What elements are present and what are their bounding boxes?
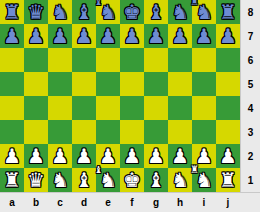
- square-c5[interactable]: [48, 72, 72, 96]
- piece-white-pawn[interactable]: ♟: [3, 144, 21, 168]
- square-a4[interactable]: [0, 96, 24, 120]
- square-d4[interactable]: [72, 96, 96, 120]
- square-a6[interactable]: [0, 48, 24, 72]
- square-c8[interactable]: ♞: [48, 0, 72, 24]
- rank-label-4: 4: [241, 96, 260, 120]
- piece-black-knight[interactable]: ♞: [51, 0, 69, 24]
- piece-white-bishop[interactable]: ♝: [75, 168, 93, 192]
- square-h7[interactable]: ♟: [168, 24, 192, 48]
- piece-black-pawn[interactable]: ♟: [3, 24, 21, 48]
- square-h5[interactable]: [168, 72, 192, 96]
- square-i7[interactable]: ♟: [192, 24, 216, 48]
- rank-label-2: 2: [241, 144, 260, 168]
- archbishop-mitre-mark-icon: ♝: [94, 0, 103, 8]
- piece-white-rook[interactable]: ♜: [3, 168, 21, 192]
- square-a2[interactable]: ♟: [0, 144, 24, 168]
- square-g1[interactable]: ♝: [144, 168, 168, 192]
- square-d5[interactable]: [72, 72, 96, 96]
- piece-white-pawn[interactable]: ♟: [123, 144, 141, 168]
- square-f7[interactable]: ♟: [120, 24, 144, 48]
- piece-black-king[interactable]: ♚: [123, 0, 141, 24]
- square-h4[interactable]: [168, 96, 192, 120]
- square-f6[interactable]: [120, 48, 144, 72]
- square-g3[interactable]: [144, 120, 168, 144]
- square-j7[interactable]: ♟: [216, 24, 240, 48]
- rank-label-3: 3: [241, 120, 260, 144]
- piece-black-archbishop[interactable]: ♞♝: [99, 0, 117, 24]
- square-g5[interactable]: [144, 72, 168, 96]
- piece-white-pawn[interactable]: ♟: [27, 144, 45, 168]
- square-d7[interactable]: ♟: [72, 24, 96, 48]
- piece-black-rook[interactable]: ♜: [3, 0, 21, 24]
- piece-black-pawn[interactable]: ♟: [147, 24, 165, 48]
- square-i3[interactable]: [192, 120, 216, 144]
- piece-black-bishop[interactable]: ♝: [147, 0, 165, 24]
- file-label-d: d: [72, 193, 96, 212]
- piece-black-pawn[interactable]: ♟: [51, 24, 69, 48]
- file-label-b: b: [24, 193, 48, 212]
- square-b5[interactable]: [24, 72, 48, 96]
- square-e4[interactable]: [96, 96, 120, 120]
- square-h3[interactable]: [168, 120, 192, 144]
- square-c2[interactable]: ♟: [48, 144, 72, 168]
- file-label-c: c: [48, 193, 72, 212]
- file-label-a: a: [0, 193, 24, 212]
- square-h2[interactable]: ♟: [168, 144, 192, 168]
- square-f3[interactable]: [120, 120, 144, 144]
- piece-black-chancellor[interactable]: ♞♜: [195, 0, 213, 24]
- square-i4[interactable]: [192, 96, 216, 120]
- square-f8[interactable]: ♚: [120, 0, 144, 24]
- square-f4[interactable]: [120, 96, 144, 120]
- square-f2[interactable]: ♟: [120, 144, 144, 168]
- chancellor-turret-mark-icon: ♜: [190, 0, 199, 8]
- square-i8[interactable]: ♞♜: [192, 0, 216, 24]
- piece-white-bishop[interactable]: ♝: [147, 168, 165, 192]
- chancellor-turret-mark-icon: ♜: [190, 164, 199, 176]
- piece-white-knight[interactable]: ♞: [171, 168, 189, 192]
- square-j2[interactable]: ♟: [216, 144, 240, 168]
- square-g4[interactable]: [144, 96, 168, 120]
- rank-coordinate-strip: 87654321: [240, 0, 260, 192]
- piece-white-pawn[interactable]: ♟: [75, 144, 93, 168]
- chess-board: ♜♛♞♝♞♝♚♝♞♞♜♜♟♟♟♟♟♟♟♟♟♟♟♟♟♟♟♟♟♟♟♟♜♛♞♝♞♝♚♝…: [0, 0, 240, 192]
- piece-white-pawn[interactable]: ♟: [51, 144, 69, 168]
- square-c3[interactable]: [48, 120, 72, 144]
- piece-black-knight[interactable]: ♞: [171, 0, 189, 24]
- square-h1[interactable]: ♞: [168, 168, 192, 192]
- square-c7[interactable]: ♟: [48, 24, 72, 48]
- square-g8[interactable]: ♝: [144, 0, 168, 24]
- square-g2[interactable]: ♟: [144, 144, 168, 168]
- square-i6[interactable]: [192, 48, 216, 72]
- square-j8[interactable]: ♜: [216, 0, 240, 24]
- piece-black-pawn[interactable]: ♟: [219, 24, 237, 48]
- square-b3[interactable]: [24, 120, 48, 144]
- square-a3[interactable]: [0, 120, 24, 144]
- rank-label-5: 5: [241, 72, 260, 96]
- square-h6[interactable]: [168, 48, 192, 72]
- piece-black-pawn[interactable]: ♟: [99, 24, 117, 48]
- square-a7[interactable]: ♟: [0, 24, 24, 48]
- corner-spacer: [240, 193, 260, 212]
- piece-black-pawn[interactable]: ♟: [123, 24, 141, 48]
- square-a8[interactable]: ♜: [0, 0, 24, 24]
- rank-label-7: 7: [241, 24, 260, 48]
- square-b2[interactable]: ♟: [24, 144, 48, 168]
- piece-white-pawn[interactable]: ♟: [147, 144, 165, 168]
- file-label-j: j: [216, 193, 240, 212]
- square-e8[interactable]: ♞♝: [96, 0, 120, 24]
- square-i1[interactable]: ♞♜: [192, 168, 216, 192]
- square-b1[interactable]: ♛: [24, 168, 48, 192]
- piece-white-king[interactable]: ♚: [123, 168, 141, 192]
- piece-black-pawn[interactable]: ♟: [171, 24, 189, 48]
- square-h8[interactable]: ♞: [168, 0, 192, 24]
- square-d2[interactable]: ♟: [72, 144, 96, 168]
- square-e6[interactable]: [96, 48, 120, 72]
- piece-white-pawn[interactable]: ♟: [171, 144, 189, 168]
- square-i5[interactable]: [192, 72, 216, 96]
- file-label-e: e: [96, 193, 120, 212]
- square-b4[interactable]: [24, 96, 48, 120]
- piece-white-chancellor[interactable]: ♞♜: [195, 168, 213, 192]
- piece-black-rook[interactable]: ♜: [219, 0, 237, 24]
- square-c1[interactable]: ♞: [48, 168, 72, 192]
- piece-black-pawn[interactable]: ♟: [27, 24, 45, 48]
- piece-white-knight[interactable]: ♞: [51, 168, 69, 192]
- file-label-f: f: [120, 193, 144, 212]
- square-j1[interactable]: ♜: [216, 168, 240, 192]
- square-c6[interactable]: [48, 48, 72, 72]
- file-label-i: i: [192, 193, 216, 212]
- square-c4[interactable]: [48, 96, 72, 120]
- rank-label-6: 6: [241, 48, 260, 72]
- square-g6[interactable]: [144, 48, 168, 72]
- square-j4[interactable]: [216, 96, 240, 120]
- square-g7[interactable]: ♟: [144, 24, 168, 48]
- rank-label-8: 8: [241, 0, 260, 24]
- piece-black-pawn[interactable]: ♟: [195, 24, 213, 48]
- file-label-g: g: [144, 193, 168, 212]
- square-j6[interactable]: [216, 48, 240, 72]
- square-b7[interactable]: ♟: [24, 24, 48, 48]
- piece-white-rook[interactable]: ♜: [219, 168, 237, 192]
- archbishop-mitre-mark-icon: ♝: [94, 164, 103, 176]
- piece-black-bishop[interactable]: ♝: [75, 0, 93, 24]
- piece-black-queen[interactable]: ♛: [27, 0, 45, 24]
- square-d8[interactable]: ♝: [72, 0, 96, 24]
- square-d6[interactable]: [72, 48, 96, 72]
- square-d3[interactable]: [72, 120, 96, 144]
- square-a5[interactable]: [0, 72, 24, 96]
- piece-white-archbishop[interactable]: ♞♝: [99, 168, 117, 192]
- file-coordinate-strip: abcdefghij: [0, 192, 260, 212]
- square-e5[interactable]: [96, 72, 120, 96]
- square-d1[interactable]: ♝: [72, 168, 96, 192]
- rank-label-1: 1: [241, 168, 260, 192]
- piece-white-pawn[interactable]: ♟: [219, 144, 237, 168]
- square-b6[interactable]: [24, 48, 48, 72]
- square-j5[interactable]: [216, 72, 240, 96]
- square-f1[interactable]: ♚: [120, 168, 144, 192]
- square-a1[interactable]: ♜: [0, 168, 24, 192]
- file-label-h: h: [168, 193, 192, 212]
- piece-black-pawn[interactable]: ♟: [75, 24, 93, 48]
- square-f5[interactable]: [120, 72, 144, 96]
- square-e7[interactable]: ♟: [96, 24, 120, 48]
- square-e3[interactable]: [96, 120, 120, 144]
- square-b8[interactable]: ♛: [24, 0, 48, 24]
- square-j3[interactable]: [216, 120, 240, 144]
- chess-variant-app: ♜♛♞♝♞♝♚♝♞♞♜♜♟♟♟♟♟♟♟♟♟♟♟♟♟♟♟♟♟♟♟♟♜♛♞♝♞♝♚♝…: [0, 0, 260, 212]
- piece-white-queen[interactable]: ♛: [27, 168, 45, 192]
- square-e1[interactable]: ♞♝: [96, 168, 120, 192]
